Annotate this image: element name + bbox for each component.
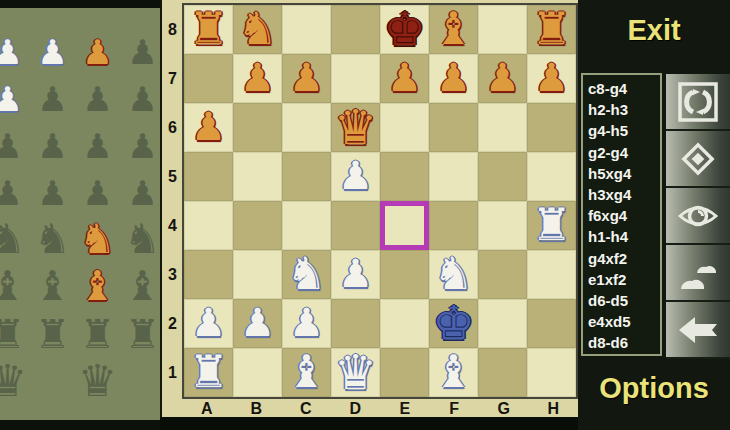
tray-slot-pawn: ♟ [30,28,75,75]
ghost-pawn-icon: ♟ [82,82,112,116]
square-a4[interactable] [184,201,233,250]
square-g1[interactable] [478,348,527,397]
tray-slot-knight: ♞ [120,216,160,263]
square-a8[interactable]: ♜ [184,5,233,54]
move-entry: c8-g4 [588,78,660,99]
square-g3[interactable] [478,250,527,299]
square-c6[interactable] [282,103,331,152]
square-a5[interactable] [184,152,233,201]
ghost-pawn-icon: ♟ [82,176,112,210]
diamond-icon [676,137,720,181]
ghost-knight-icon: ♞ [34,219,71,260]
square-e4[interactable] [380,201,429,250]
back-arrow-icon [676,308,720,352]
ghost-pawn-icon: ♟ [127,82,157,116]
ghost-bishop-icon: ♝ [124,266,160,307]
diamond-button[interactable] [666,131,730,188]
tray-slot-knight: ♞ [30,216,75,263]
move-entry: h5xg4 [588,163,660,184]
ghost-bishop-icon: ♝ [34,266,71,307]
exit-button[interactable]: Exit [578,14,730,47]
square-b1[interactable] [233,348,282,397]
tray-slot-knight: ♞ [0,216,30,263]
square-d7[interactable] [331,54,380,103]
piece-black-knight[interactable]: ♞ [237,6,277,51]
hills-icon [676,251,720,295]
square-a1[interactable]: ♜ [184,348,233,397]
rank-label-4: 4 [163,201,182,250]
captured-black-bishop-icon: ♝ [79,266,116,307]
piece-white-pawn[interactable]: ♟ [191,303,226,342]
piece-black-pawn[interactable]: ♟ [485,58,520,97]
square-g7[interactable]: ♟ [478,54,527,103]
piece-black-pawn[interactable]: ♟ [191,107,226,146]
board-bottom-strip [160,417,578,430]
square-f6[interactable] [429,103,478,152]
tray-slot-pawn: ♟ [0,28,30,75]
tray-slot-pawn: ♟ [75,28,120,75]
tray-slot-bishop: ♝ [30,263,75,310]
move-entry: h2-h3 [588,99,660,120]
piece-black-queen[interactable]: ♛ [334,103,377,151]
tray-slot-rook: ♜ [120,310,160,357]
tray-felt: ♟♟♟♟♟♟♟♟♟♟♟♟♟♟♟♟♞♞♞♞♝♝♝♝♜♜♜♜♛♛ [0,8,160,420]
tray-slot-rook: ♜ [0,310,30,357]
square-b4[interactable] [233,201,282,250]
tray-slot-pawn: ♟ [0,169,30,216]
square-e6[interactable] [380,103,429,152]
tray-slot-rook: ♜ [75,310,120,357]
tray-slot-rook: ♜ [30,310,75,357]
piece-white-queen[interactable]: ♛ [334,348,377,396]
square-a6[interactable]: ♟ [184,103,233,152]
chess-board: ♜♞♚♝♜♟♟♟♟♟♟♟♛♟♜♞♟♞♟♟♟♚♜♝♛♝ [182,3,578,399]
square-g2[interactable] [478,299,527,348]
hills-button[interactable] [666,245,730,302]
square-c3[interactable]: ♞ [282,250,331,299]
tray-slot-queen [120,357,160,404]
piece-black-king[interactable]: ♚ [383,5,425,52]
ghost-pawn-icon: ♟ [0,129,23,163]
piece-white-bishop[interactable]: ♝ [433,349,473,394]
square-f4[interactable] [429,201,478,250]
move-entry: f6xg4 [588,205,660,226]
square-f5[interactable] [429,152,478,201]
move-list: c8-g4h2-h3g4-h5g2-g4h5xg4h3xg4f6xg4h1-h4… [581,73,662,356]
square-b2[interactable]: ♟ [233,299,282,348]
tray-slot-pawn: ♟ [75,169,120,216]
square-g6[interactable] [478,103,527,152]
piece-white-bishop[interactable]: ♝ [286,349,326,394]
board-panel: 87654321 ♜♞♚♝♜♟♟♟♟♟♟♟♛♟♜♞♟♞♟♟♟♚♜♝♛♝ ABCD… [160,0,578,417]
square-d5[interactable]: ♟ [331,152,380,201]
captured-white-pawn-icon: ♟ [0,35,23,69]
tray-slot-queen: ♛ [75,357,120,404]
tray-grid: ♟♟♟♟♟♟♟♟♟♟♟♟♟♟♟♟♞♞♞♞♝♝♝♝♜♜♜♜♛♛ [0,28,160,404]
square-c8[interactable] [282,5,331,54]
square-f1[interactable]: ♝ [429,348,478,397]
eye-button[interactable] [666,188,730,245]
square-b3[interactable] [233,250,282,299]
square-h4[interactable]: ♜ [527,201,576,250]
tray-slot-bishop: ♝ [120,263,160,310]
tray-slot-pawn: ♟ [30,169,75,216]
ghost-rook-icon: ♜ [80,314,116,354]
tray-slot-pawn: ♟ [120,75,160,122]
move-entry: g4xf2 [588,248,660,269]
rank-label-1: 1 [163,348,182,397]
piece-white-rook[interactable]: ♜ [188,349,228,394]
ghost-pawn-icon: ♟ [127,129,157,163]
file-label-D: D [331,400,381,418]
eye-icon [676,194,720,238]
ghost-pawn-icon: ♟ [37,82,67,116]
square-h6[interactable] [527,103,576,152]
move-entry: g4-h5 [588,120,660,141]
tray-slot-bishop: ♝ [0,263,30,310]
rank-label-7: 7 [163,54,182,103]
square-a7[interactable] [184,54,233,103]
file-label-G: G [479,400,529,418]
square-b6[interactable] [233,103,282,152]
captured-black-pawn-icon: ♟ [82,35,112,69]
square-d1[interactable]: ♛ [331,348,380,397]
options-button[interactable]: Options [578,372,730,405]
piece-white-king[interactable]: ♚ [432,299,474,346]
square-e5[interactable] [380,152,429,201]
tray-slot-pawn: ♟ [75,75,120,122]
ghost-pawn-icon: ♟ [37,176,67,210]
file-labels: ABCDEFGH [182,400,578,416]
piece-black-bishop[interactable]: ♝ [433,6,473,51]
piece-black-pawn[interactable]: ♟ [289,58,324,97]
piece-white-rook[interactable]: ♜ [531,202,571,247]
square-d6[interactable]: ♛ [331,103,380,152]
ghost-knight-icon: ♞ [124,219,160,260]
square-h5[interactable] [527,152,576,201]
rank-label-6: 6 [163,103,182,152]
piece-white-pawn[interactable]: ♟ [338,254,373,293]
ghost-rook-icon: ♜ [0,314,25,354]
file-label-B: B [232,400,282,418]
captured-white-pawn-icon: ♟ [0,82,23,116]
square-g4[interactable] [478,201,527,250]
square-b5[interactable] [233,152,282,201]
square-e2[interactable] [380,299,429,348]
square-c4[interactable] [282,201,331,250]
square-g8[interactable] [478,5,527,54]
ghost-pawn-icon: ♟ [37,129,67,163]
ghost-rook-icon: ♜ [125,314,160,354]
square-f3[interactable]: ♞ [429,250,478,299]
tray-slot-pawn: ♟ [0,122,30,169]
square-c7[interactable]: ♟ [282,54,331,103]
square-c2[interactable]: ♟ [282,299,331,348]
square-e3[interactable] [380,250,429,299]
right-panel: Exit c8-g4h2-h3g4-h5g2-g4h5xg4h3xg4f6xg4… [578,0,730,430]
piece-black-rook[interactable]: ♜ [188,6,228,51]
square-g5[interactable] [478,152,527,201]
move-entry: h1-h4 [588,226,660,247]
square-d2[interactable] [331,299,380,348]
file-label-C: C [281,400,331,418]
rank-label-5: 5 [163,152,182,201]
captured-white-pawn-icon: ♟ [37,35,67,69]
square-f7[interactable]: ♟ [429,54,478,103]
ghost-bishop-icon: ♝ [0,266,26,307]
square-a3[interactable] [184,250,233,299]
square-b7[interactable]: ♟ [233,54,282,103]
piece-white-knight[interactable]: ♞ [286,251,326,296]
move-entry: h3xg4 [588,184,660,205]
move-entry: g2-g4 [588,142,660,163]
tray-slot-pawn: ♟ [30,122,75,169]
piece-black-rook[interactable]: ♜ [531,6,571,51]
tray-slot-bishop: ♝ [75,263,120,310]
ghost-knight-icon: ♞ [0,219,26,260]
square-h1[interactable] [527,348,576,397]
piece-black-pawn[interactable]: ♟ [240,58,275,97]
square-b8[interactable]: ♞ [233,5,282,54]
rank-label-3: 3 [163,250,182,299]
tray-slot-pawn: ♟ [0,75,30,122]
tray-slot-queen: ♛ [0,357,30,404]
piece-white-pawn[interactable]: ♟ [240,303,275,342]
square-c1[interactable]: ♝ [282,348,331,397]
square-f8[interactable]: ♝ [429,5,478,54]
square-d4[interactable] [331,201,380,250]
file-label-F: F [430,400,480,418]
rank-label-8: 8 [163,5,182,54]
tray-slot-pawn: ♟ [120,28,160,75]
piece-black-pawn[interactable]: ♟ [534,58,569,97]
tray-slot-pawn: ♟ [120,169,160,216]
captured-pieces-tray: ♟♟♟♟♟♟♟♟♟♟♟♟♟♟♟♟♞♞♞♞♝♝♝♝♜♜♜♜♛♛ [0,0,160,430]
ghost-pawn-icon: ♟ [127,176,157,210]
move-entry: e4xd5 [588,311,660,332]
ghost-pawn-icon: ♟ [0,176,23,210]
tray-slot-queen [30,357,75,404]
tray-slot-pawn: ♟ [30,75,75,122]
move-entry: e1xf2 [588,269,660,290]
square-a2[interactable]: ♟ [184,299,233,348]
square-d3[interactable]: ♟ [331,250,380,299]
rank-labels: 87654321 [163,5,182,397]
square-e1[interactable] [380,348,429,397]
tray-slot-knight: ♞ [75,216,120,263]
square-e7[interactable]: ♟ [380,54,429,103]
ghost-pawn-icon: ♟ [127,35,157,69]
captured-black-knight-icon: ♞ [79,219,116,260]
ghost-rook-icon: ♜ [35,314,71,354]
rank-label-2: 2 [163,299,182,348]
ghost-queen-icon: ♛ [0,359,27,403]
square-d8[interactable] [331,5,380,54]
file-label-A: A [182,400,232,418]
ghost-pawn-icon: ♟ [82,129,112,163]
piece-white-pawn[interactable]: ♟ [338,156,373,195]
file-label-H: H [529,400,579,418]
square-f2[interactable]: ♚ [429,299,478,348]
move-entry: d6-d5 [588,290,660,311]
piece-black-pawn[interactable]: ♟ [387,58,422,97]
file-label-E: E [380,400,430,418]
square-h8[interactable]: ♜ [527,5,576,54]
square-h2[interactable] [527,299,576,348]
square-c5[interactable] [282,152,331,201]
back-button[interactable] [666,302,730,359]
move-entry: d8-d6 [588,332,660,353]
piece-white-knight[interactable]: ♞ [433,251,473,296]
tray-slot-pawn: ♟ [75,122,120,169]
ghost-queen-icon: ♛ [78,359,117,403]
square-h3[interactable] [527,250,576,299]
tray-slot-pawn: ♟ [120,122,160,169]
piece-white-pawn[interactable]: ♟ [289,303,324,342]
rotate-button[interactable] [666,74,730,131]
rotate-icon [676,80,720,124]
toolbar [666,74,730,359]
piece-black-pawn[interactable]: ♟ [436,58,471,97]
square-e8[interactable]: ♚ [380,5,429,54]
chess-app-screen: ♟♟♟♟♟♟♟♟♟♟♟♟♟♟♟♟♞♞♞♞♝♝♝♝♜♜♜♜♛♛ 87654321 … [0,0,730,430]
square-h7[interactable]: ♟ [527,54,576,103]
